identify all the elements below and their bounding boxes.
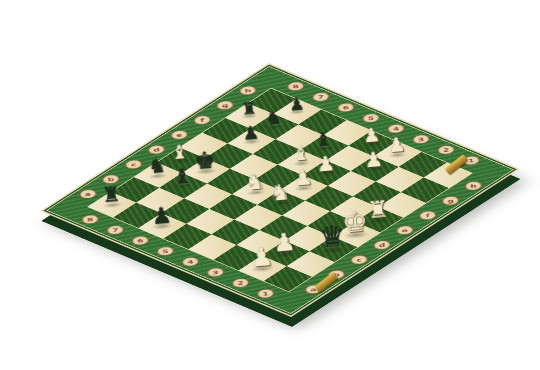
file-label-top-d: d <box>148 145 164 154</box>
rank-label-right-5: 5 <box>362 114 378 123</box>
rank-label-right-4: 4 <box>387 124 403 133</box>
file-label-top-e: e <box>171 130 187 139</box>
file-label-top-c: c <box>125 160 141 169</box>
file-label-top-b: b <box>102 175 118 184</box>
file-label-bottom-c: c <box>351 255 367 264</box>
rank-label-left-1: 1 <box>257 289 273 298</box>
file-label-top-g: g <box>217 101 233 110</box>
chess-set-photo: 88aa77bb66cc55dd44ee33ff22gg11hh ♜♜♞♝♝♚♟… <box>0 0 540 370</box>
rank-label-left-8: 8 <box>82 215 98 224</box>
file-label-top-a: a <box>79 189 95 198</box>
rank-label-right-3: 3 <box>413 135 429 144</box>
rank-label-left-3: 3 <box>207 268 223 277</box>
rank-label-left-6: 6 <box>132 236 148 245</box>
file-label-top-h: h <box>239 86 255 95</box>
rank-label-left-4: 4 <box>182 257 198 266</box>
file-label-top-f: f <box>194 116 210 125</box>
file-label-bottom-d: d <box>374 240 390 249</box>
rank-label-right-2: 2 <box>438 145 454 154</box>
rank-label-right-7: 7 <box>312 92 328 101</box>
file-label-bottom-g: g <box>442 196 458 205</box>
rank-label-right-8: 8 <box>287 82 303 91</box>
rank-label-right-6: 6 <box>337 103 353 112</box>
rank-label-left-5: 5 <box>157 247 173 256</box>
file-label-bottom-h: h <box>465 181 481 190</box>
rank-label-left-2: 2 <box>232 278 248 287</box>
file-label-bottom-e: e <box>396 226 412 235</box>
chess-board: 88aa77bb66cc55dd44ee33ff22gg11hh <box>40 63 519 317</box>
rank-label-left-7: 7 <box>107 225 123 234</box>
file-label-bottom-f: f <box>419 211 435 220</box>
